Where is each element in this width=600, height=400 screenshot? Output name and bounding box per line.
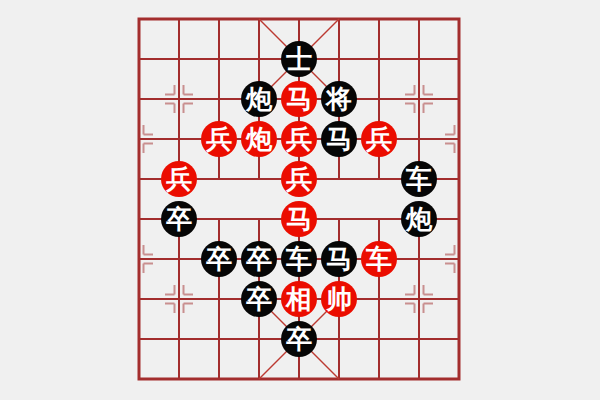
piece-black-chariot[interactable]: 车 xyxy=(401,161,437,197)
piece-red-king[interactable]: 帅 xyxy=(321,281,357,317)
piece-black-cannon[interactable]: 炮 xyxy=(241,81,277,117)
piece-black-horse[interactable]: 马 xyxy=(321,121,357,157)
piece-black-general[interactable]: 将 xyxy=(321,81,357,117)
piece-black-advisor[interactable]: 士 xyxy=(281,41,317,77)
piece-black-soldier[interactable]: 卒 xyxy=(241,281,277,317)
piece-black-soldier[interactable]: 卒 xyxy=(281,321,317,357)
piece-red-horse[interactable]: 马 xyxy=(281,201,317,237)
piece-black-chariot[interactable]: 车 xyxy=(281,241,317,277)
piece-red-horse[interactable]: 马 xyxy=(281,81,317,117)
piece-black-soldier[interactable]: 卒 xyxy=(241,241,277,277)
pieces-layer: 士炮马将兵炮兵马兵兵兵车卒马炮卒卒车马车卒相帅卒 xyxy=(0,0,600,400)
piece-red-cannon[interactable]: 炮 xyxy=(241,121,277,157)
piece-black-soldier[interactable]: 卒 xyxy=(201,241,237,277)
piece-red-soldier[interactable]: 兵 xyxy=(201,121,237,157)
piece-red-chariot[interactable]: 车 xyxy=(361,241,397,277)
piece-red-soldier[interactable]: 兵 xyxy=(161,161,197,197)
piece-red-soldier[interactable]: 兵 xyxy=(281,161,317,197)
piece-black-soldier[interactable]: 卒 xyxy=(161,201,197,237)
piece-black-cannon[interactable]: 炮 xyxy=(401,201,437,237)
xiangqi-app: 士炮马将兵炮兵马兵兵兵车卒马炮卒卒车马车卒相帅卒 xyxy=(0,0,600,400)
piece-black-horse[interactable]: 马 xyxy=(321,241,357,277)
piece-red-soldier[interactable]: 兵 xyxy=(361,121,397,157)
piece-red-soldier[interactable]: 兵 xyxy=(281,121,317,157)
piece-red-elephant[interactable]: 相 xyxy=(281,281,317,317)
